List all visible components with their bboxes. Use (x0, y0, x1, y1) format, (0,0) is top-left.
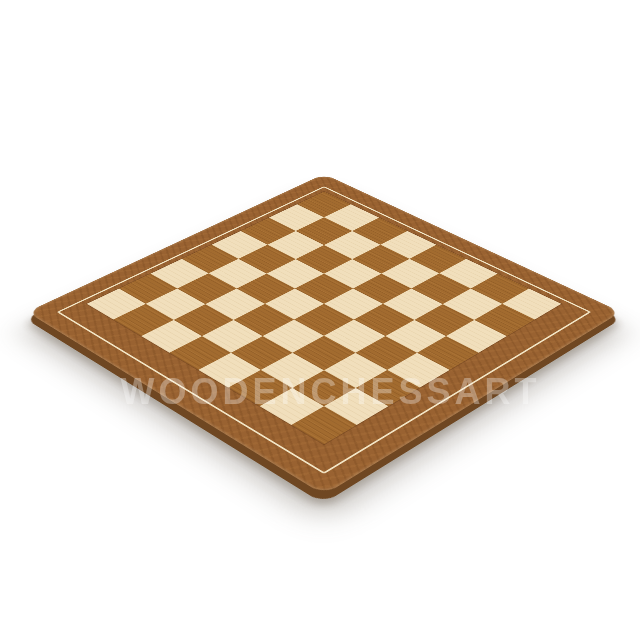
board-grid (87, 192, 562, 445)
chessboard (27, 174, 621, 495)
inlay-line (57, 186, 592, 474)
board-frame (27, 174, 621, 495)
product-photo-scene: WOODENCHESSART (0, 0, 640, 640)
